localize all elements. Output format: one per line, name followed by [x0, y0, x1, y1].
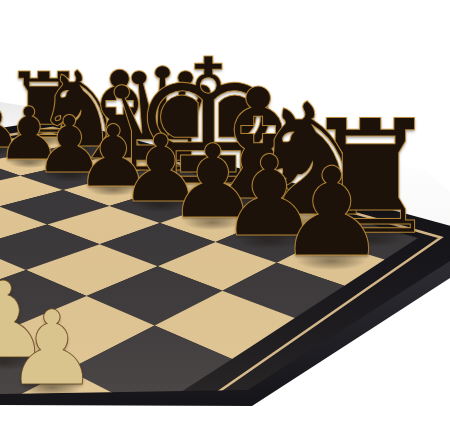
chess-board: [0, 0, 450, 436]
chess-set-photo: ♜♞♝♛♚♝♞♜♟♟♟♟♟♟♟♟♟♟: [0, 0, 450, 436]
square-h2: [0, 429, 39, 436]
board-lighting-overlay: [0, 0, 450, 436]
